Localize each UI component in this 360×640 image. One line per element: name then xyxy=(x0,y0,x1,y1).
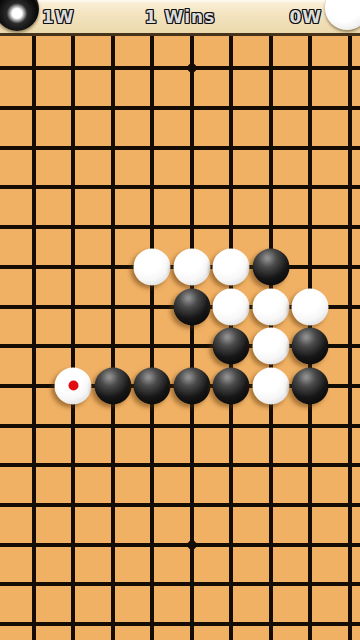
star-point xyxy=(185,62,198,75)
white-stone xyxy=(213,288,250,325)
grid-line-horizontal xyxy=(0,225,360,229)
black-stone xyxy=(173,288,210,325)
grid-line-horizontal xyxy=(0,106,360,110)
star-point xyxy=(185,538,198,551)
grid-line-horizontal xyxy=(0,582,360,586)
grid-line-horizontal xyxy=(0,543,360,547)
grid-line-vertical xyxy=(348,36,352,640)
grid-line-vertical xyxy=(150,36,154,640)
grid-line-horizontal xyxy=(0,146,360,150)
white-stone xyxy=(252,288,289,325)
white-stone xyxy=(252,328,289,365)
gomoku-app: 1W 1 Wins 0W xyxy=(0,0,360,640)
grid-line-horizontal xyxy=(0,622,360,626)
black-stone xyxy=(292,328,329,365)
white-stone xyxy=(173,248,210,285)
grid-line-horizontal xyxy=(0,503,360,507)
white-stone xyxy=(292,288,329,325)
white-stone xyxy=(252,367,289,404)
status-bar: 1W 1 Wins 0W xyxy=(0,0,360,36)
black-stone xyxy=(213,367,250,404)
black-stone xyxy=(173,367,210,404)
grid-line-vertical xyxy=(111,36,115,640)
last-move-marker xyxy=(68,381,78,391)
grid-line-horizontal xyxy=(0,185,360,189)
grid-line-horizontal xyxy=(0,424,360,428)
black-stone xyxy=(94,367,131,404)
black-stone xyxy=(252,248,289,285)
grid-line-vertical xyxy=(32,36,36,640)
black-stone xyxy=(292,367,329,404)
go-board[interactable] xyxy=(0,36,360,640)
white-stone xyxy=(213,248,250,285)
white-wins-count: 0W xyxy=(289,0,322,33)
white-stone xyxy=(55,367,92,404)
grid-line-horizontal xyxy=(0,66,360,70)
black-stone xyxy=(134,367,171,404)
white-stone xyxy=(134,248,171,285)
black-stone xyxy=(213,328,250,365)
grid-line-horizontal xyxy=(0,463,360,467)
grid-line-vertical xyxy=(71,36,75,640)
